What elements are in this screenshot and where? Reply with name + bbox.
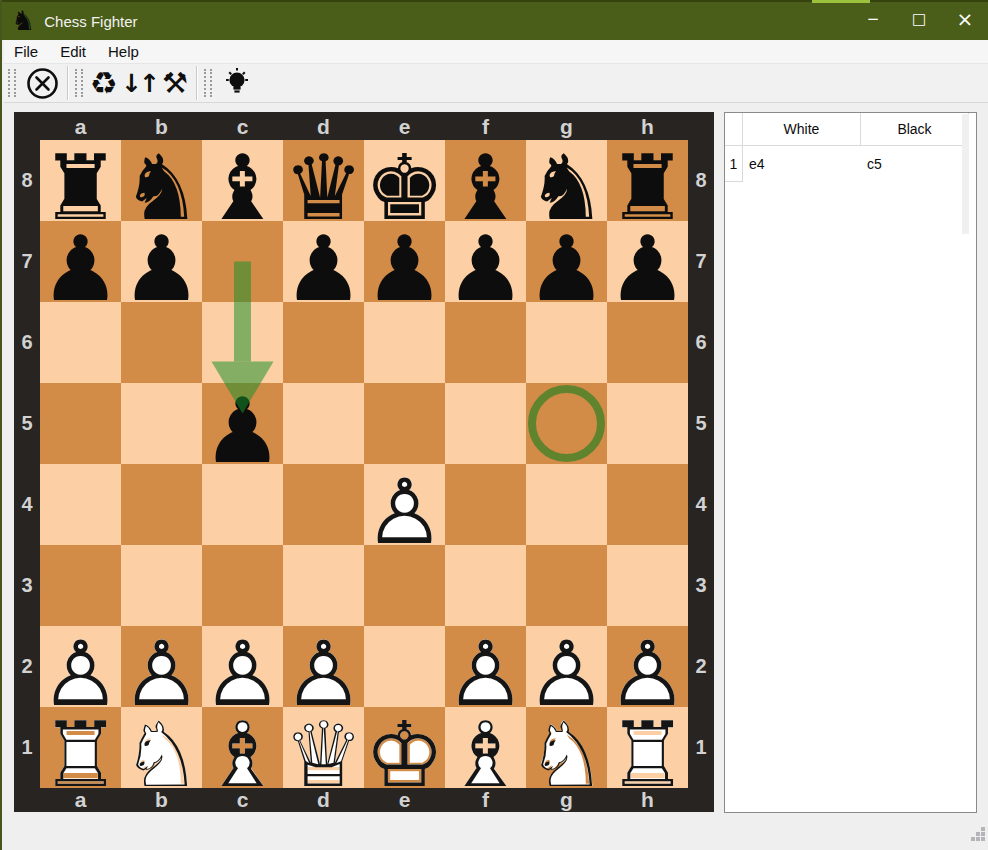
toolbar-gripper[interactable] bbox=[8, 69, 16, 97]
square-f2[interactable]: ♟♙ bbox=[445, 626, 526, 707]
piece-white-knight[interactable]: ♞♘ bbox=[526, 714, 607, 795]
header-gutter bbox=[969, 113, 976, 146]
square-f8[interactable]: ♝ bbox=[445, 140, 526, 221]
square-a8[interactable]: ♜ bbox=[40, 140, 121, 221]
square-d1[interactable]: ♛♕ bbox=[283, 707, 364, 788]
rank-label: 1 bbox=[688, 707, 714, 788]
square-d3[interactable] bbox=[283, 545, 364, 626]
move-number: 1 bbox=[725, 146, 743, 182]
piece-black-pawn[interactable]: ♟ bbox=[40, 228, 121, 309]
square-c1[interactable]: ♝♗ bbox=[202, 707, 283, 788]
black-move[interactable]: c5 bbox=[861, 146, 969, 182]
piece-black-bishop[interactable]: ♝ bbox=[202, 147, 283, 228]
square-c7[interactable] bbox=[202, 221, 283, 302]
square-b2[interactable]: ♟♙ bbox=[121, 626, 202, 707]
square-a7[interactable]: ♟ bbox=[40, 221, 121, 302]
menu-edit[interactable]: Edit bbox=[49, 43, 97, 60]
file-label: b bbox=[121, 115, 202, 139]
square-c4[interactable] bbox=[202, 464, 283, 545]
square-e4[interactable]: ♟♙ bbox=[364, 464, 445, 545]
rank-label: 1 bbox=[14, 707, 40, 788]
rank-label: 8 bbox=[14, 140, 40, 221]
menu-bar: File Edit Help bbox=[4, 40, 988, 64]
rank-label: 3 bbox=[688, 545, 714, 626]
rank-label: 5 bbox=[688, 383, 714, 464]
file-label: h bbox=[607, 788, 688, 812]
square-h1[interactable]: ♜♖ bbox=[607, 707, 688, 788]
rank-label: 4 bbox=[14, 464, 40, 545]
move-row: 1e4c5 bbox=[725, 146, 976, 182]
file-label: e bbox=[364, 788, 445, 812]
circled-x-icon bbox=[26, 67, 59, 100]
square-e2[interactable] bbox=[364, 626, 445, 707]
column-header-black[interactable]: Black bbox=[861, 113, 969, 146]
toolbar: ♻ ↓↑ ⚒ bbox=[4, 64, 988, 103]
window-title: Chess Fighter bbox=[44, 13, 137, 30]
rank-label: 5 bbox=[14, 383, 40, 464]
square-a4[interactable] bbox=[40, 464, 121, 545]
file-label: g bbox=[526, 788, 607, 812]
square-h4[interactable] bbox=[607, 464, 688, 545]
chess-fighter-window: ♞ Chess Fighter − □ × File Edit Help ♻ ↓… bbox=[0, 0, 988, 850]
square-g6[interactable] bbox=[526, 302, 607, 383]
rank-label: 2 bbox=[688, 626, 714, 707]
rank-label: 8 bbox=[688, 140, 714, 221]
square-h5[interactable] bbox=[607, 383, 688, 464]
square-e3[interactable] bbox=[364, 545, 445, 626]
square-e1[interactable]: ♚♔ bbox=[364, 707, 445, 788]
square-d4[interactable] bbox=[283, 464, 364, 545]
lightbulb-icon bbox=[220, 66, 254, 100]
rank-label: 6 bbox=[14, 302, 40, 383]
title-bar[interactable]: ♞ Chess Fighter bbox=[2, 0, 988, 40]
white-move[interactable]: e4 bbox=[743, 146, 861, 182]
square-g4[interactable] bbox=[526, 464, 607, 545]
toolbar-separator bbox=[196, 66, 198, 100]
piece-white-queen[interactable]: ♛♕ bbox=[283, 714, 364, 795]
square-h6[interactable] bbox=[607, 302, 688, 383]
square-c6[interactable] bbox=[202, 302, 283, 383]
move-list-header: White Black bbox=[725, 113, 976, 146]
square-h8[interactable]: ♜ bbox=[607, 140, 688, 221]
toolbar-gripper[interactable] bbox=[204, 69, 212, 97]
toolbar-separator bbox=[67, 66, 69, 100]
window-controls: − □ × bbox=[850, 0, 988, 38]
stop-circled-x-icon[interactable] bbox=[19, 65, 65, 101]
square-d2[interactable]: ♟♙ bbox=[283, 626, 364, 707]
close-button[interactable]: × bbox=[942, 0, 988, 38]
square-g7[interactable]: ♟ bbox=[526, 221, 607, 302]
square-c5[interactable]: ♟ bbox=[202, 383, 283, 464]
square-g1[interactable]: ♞♘ bbox=[526, 707, 607, 788]
piece-black-pawn[interactable]: ♟ bbox=[607, 228, 688, 309]
square-f1[interactable]: ♝♗ bbox=[445, 707, 526, 788]
square-g5[interactable] bbox=[526, 383, 607, 464]
square-f5[interactable] bbox=[445, 383, 526, 464]
square-e6[interactable] bbox=[364, 302, 445, 383]
hint-lightbulb-icon[interactable] bbox=[215, 65, 259, 101]
file-label: f bbox=[445, 788, 526, 812]
file-label: b bbox=[121, 788, 202, 812]
rank-label: 6 bbox=[688, 302, 714, 383]
square-h2[interactable]: ♟♙ bbox=[607, 626, 688, 707]
app-knight-icon: ♞ bbox=[11, 3, 35, 39]
square-b4[interactable] bbox=[121, 464, 202, 545]
column-header-white[interactable]: White bbox=[743, 113, 861, 146]
menu-help[interactable]: Help bbox=[97, 43, 150, 60]
square-g8[interactable]: ♞ bbox=[526, 140, 607, 221]
file-label: f bbox=[445, 115, 526, 139]
square-a6[interactable] bbox=[40, 302, 121, 383]
file-label: g bbox=[526, 115, 607, 139]
piece-white-bishop[interactable]: ♝♗ bbox=[445, 714, 526, 795]
piece-black-pawn[interactable]: ♟ bbox=[526, 228, 607, 309]
window-resize-grip[interactable] bbox=[965, 827, 985, 847]
square-d7[interactable]: ♟ bbox=[283, 221, 364, 302]
square-c2[interactable]: ♟♙ bbox=[202, 626, 283, 707]
flip-board-updown-arrows-icon[interactable]: ↓↑ bbox=[122, 65, 156, 101]
piece-black-pawn[interactable]: ♟ bbox=[202, 390, 283, 471]
square-a2[interactable]: ♟♙ bbox=[40, 626, 121, 707]
move-list-panel: White Black 1e4c5 bbox=[724, 112, 977, 813]
square-f6[interactable] bbox=[445, 302, 526, 383]
square-c3[interactable] bbox=[202, 545, 283, 626]
square-f4[interactable] bbox=[445, 464, 526, 545]
square-c8[interactable]: ♝ bbox=[202, 140, 283, 221]
minimize-button[interactable]: − bbox=[850, 0, 896, 38]
piece-white-rook[interactable]: ♜♖ bbox=[607, 714, 688, 795]
piece-white-pawn[interactable]: ♟♙ bbox=[364, 471, 445, 552]
square-d5[interactable] bbox=[283, 383, 364, 464]
piece-white-king[interactable]: ♚♔ bbox=[364, 714, 445, 795]
piece-black-pawn[interactable]: ♟ bbox=[364, 228, 445, 309]
file-label: c bbox=[202, 788, 283, 812]
rank-label: 2 bbox=[14, 626, 40, 707]
piece-black-pawn[interactable]: ♟ bbox=[121, 228, 202, 309]
rank-label: 3 bbox=[14, 545, 40, 626]
file-label: c bbox=[202, 115, 283, 139]
file-label: h bbox=[607, 115, 688, 139]
board-squares: ♜♞♝♛♚♝♞♜♟♟♟♟♟♟♟♟♟♙♟♙♟♙♟♙♟♙♟♙♟♙♟♙♜♖♞♘♝♗♛♕… bbox=[40, 140, 688, 788]
square-b5[interactable] bbox=[121, 383, 202, 464]
square-b8[interactable]: ♞ bbox=[121, 140, 202, 221]
move-rows: 1e4c5 bbox=[725, 146, 976, 182]
square-b7[interactable]: ♟ bbox=[121, 221, 202, 302]
square-e8[interactable]: ♚ bbox=[364, 140, 445, 221]
square-g3[interactable] bbox=[526, 545, 607, 626]
menu-file[interactable]: File bbox=[4, 43, 49, 60]
square-f3[interactable] bbox=[445, 545, 526, 626]
square-d6[interactable] bbox=[283, 302, 364, 383]
square-e7[interactable]: ♟ bbox=[364, 221, 445, 302]
tools-hammer-wrench-icon[interactable]: ⚒ bbox=[156, 65, 194, 101]
toolbar-gripper[interactable] bbox=[75, 69, 83, 97]
square-h3[interactable] bbox=[607, 545, 688, 626]
maximize-button[interactable]: □ bbox=[896, 0, 942, 38]
square-h7[interactable]: ♟ bbox=[607, 221, 688, 302]
scrollbar-track[interactable] bbox=[962, 114, 969, 234]
file-label: a bbox=[40, 788, 121, 812]
piece-white-bishop[interactable]: ♝♗ bbox=[202, 714, 283, 795]
rank-label: 7 bbox=[688, 221, 714, 302]
square-a3[interactable] bbox=[40, 545, 121, 626]
file-label: a bbox=[40, 115, 121, 139]
square-d8[interactable]: ♛ bbox=[283, 140, 364, 221]
rank-label: 7 bbox=[14, 221, 40, 302]
file-label: e bbox=[364, 115, 445, 139]
square-b1[interactable]: ♞♘ bbox=[121, 707, 202, 788]
square-a5[interactable] bbox=[40, 383, 121, 464]
file-label: d bbox=[283, 115, 364, 139]
square-b3[interactable] bbox=[121, 545, 202, 626]
square-b6[interactable] bbox=[121, 302, 202, 383]
chess-board: ♜♞♝♛♚♝♞♜♟♟♟♟♟♟♟♟♟♙♟♙♟♙♟♙♟♙♟♙♟♙♟♙♜♖♞♘♝♗♛♕… bbox=[14, 112, 714, 812]
piece-black-pawn[interactable]: ♟ bbox=[445, 228, 526, 309]
recycle-new-game-icon[interactable]: ♻ bbox=[86, 65, 122, 101]
piece-black-pawn[interactable]: ♟ bbox=[283, 228, 364, 309]
square-e5[interactable] bbox=[364, 383, 445, 464]
piece-white-knight[interactable]: ♞♘ bbox=[121, 714, 202, 795]
square-a1[interactable]: ♜♖ bbox=[40, 707, 121, 788]
rank-label: 4 bbox=[688, 464, 714, 545]
piece-white-rook[interactable]: ♜♖ bbox=[40, 714, 121, 795]
square-f7[interactable]: ♟ bbox=[445, 221, 526, 302]
square-g2[interactable]: ♟♙ bbox=[526, 626, 607, 707]
file-label: d bbox=[283, 788, 364, 812]
row-header-corner bbox=[725, 113, 743, 146]
